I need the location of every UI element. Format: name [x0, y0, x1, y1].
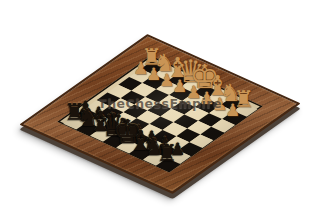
- chess-board-frame: ♜♞♝♛♚♝♞♜♟♟♟♟♟♟♟♟♟♟♟♟♟♟♟♟♜♞♝♛♚♝♞♜: [19, 34, 301, 194]
- photo-canvas: ♜♞♝♛♚♝♞♜♟♟♟♟♟♟♟♟♟♟♟♟♟♟♟♟♜♞♝♛♚♝♞♜ TheChes…: [0, 0, 320, 214]
- square-h8[interactable]: ♜: [156, 158, 180, 172]
